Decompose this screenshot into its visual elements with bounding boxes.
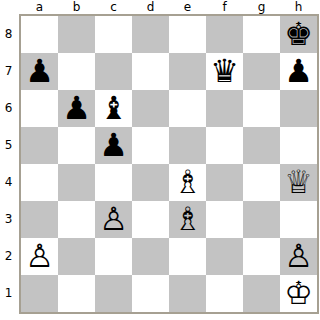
rank-label-2: 2 — [0, 238, 17, 275]
square-c7[interactable] — [95, 53, 132, 90]
square-d5[interactable] — [132, 127, 169, 164]
square-d7[interactable] — [132, 53, 169, 90]
square-a3[interactable] — [21, 201, 58, 238]
file-label-g: g — [243, 0, 280, 14]
square-g7[interactable] — [243, 53, 280, 90]
white-bishop-icon[interactable]: ♗ — [173, 201, 202, 238]
square-g5[interactable] — [243, 127, 280, 164]
square-b1[interactable] — [58, 275, 95, 312]
square-c3[interactable]: ♙ — [95, 201, 132, 238]
black-king-icon[interactable]: ♚ — [284, 16, 313, 53]
file-label-f: f — [206, 0, 243, 14]
square-e2[interactable] — [169, 238, 206, 275]
square-d3[interactable] — [132, 201, 169, 238]
square-f7[interactable]: ♛ — [206, 53, 243, 90]
square-h3[interactable] — [280, 201, 317, 238]
file-label-a: a — [21, 0, 58, 14]
square-f1[interactable] — [206, 275, 243, 312]
square-c8[interactable] — [95, 16, 132, 53]
rank-label-4: 4 — [0, 164, 17, 201]
square-a5[interactable] — [21, 127, 58, 164]
square-e3[interactable]: ♗ — [169, 201, 206, 238]
black-pawn-icon[interactable]: ♟ — [25, 53, 54, 90]
square-h5[interactable] — [280, 127, 317, 164]
square-h1[interactable]: ♔ — [280, 275, 317, 312]
rank-label-3: 3 — [0, 201, 17, 238]
square-h4[interactable]: ♕ — [280, 164, 317, 201]
square-c4[interactable] — [95, 164, 132, 201]
black-queen-icon[interactable]: ♛ — [210, 53, 239, 90]
square-d2[interactable] — [132, 238, 169, 275]
square-d6[interactable] — [132, 90, 169, 127]
black-bishop-icon[interactable]: ♝ — [99, 90, 128, 127]
square-b3[interactable] — [58, 201, 95, 238]
square-e8[interactable] — [169, 16, 206, 53]
black-pawn-icon[interactable]: ♟ — [99, 127, 128, 164]
square-d4[interactable] — [132, 164, 169, 201]
file-label-h: h — [280, 0, 317, 14]
file-label-d: d — [132, 0, 169, 14]
square-a4[interactable] — [21, 164, 58, 201]
square-e4[interactable]: ♗ — [169, 164, 206, 201]
black-pawn-icon[interactable]: ♟ — [62, 90, 91, 127]
square-a6[interactable] — [21, 90, 58, 127]
white-pawn-icon[interactable]: ♙ — [99, 201, 128, 238]
square-g3[interactable] — [243, 201, 280, 238]
square-h6[interactable] — [280, 90, 317, 127]
rank-label-8: 8 — [0, 16, 17, 53]
square-d1[interactable] — [132, 275, 169, 312]
square-f6[interactable] — [206, 90, 243, 127]
square-a8[interactable] — [21, 16, 58, 53]
square-c1[interactable] — [95, 275, 132, 312]
file-label-c: c — [95, 0, 132, 14]
square-e7[interactable] — [169, 53, 206, 90]
white-pawn-icon[interactable]: ♙ — [284, 238, 313, 275]
square-c6[interactable]: ♝ — [95, 90, 132, 127]
square-f2[interactable] — [206, 238, 243, 275]
square-f8[interactable] — [206, 16, 243, 53]
square-e5[interactable] — [169, 127, 206, 164]
square-g8[interactable] — [243, 16, 280, 53]
square-a2[interactable]: ♙ — [21, 238, 58, 275]
square-d8[interactable] — [132, 16, 169, 53]
square-g4[interactable] — [243, 164, 280, 201]
rank-label-5: 5 — [0, 127, 17, 164]
square-h7[interactable]: ♟ — [280, 53, 317, 90]
chess-board: ♚♟♛♟♟♝♟♗♕♙♗♙♙♔ — [19, 14, 319, 314]
chess-diagram: abcdefgh 87654321 ♚♟♛♟♟♝♟♗♕♙♗♙♙♔ — [0, 0, 320, 320]
white-queen-icon[interactable]: ♕ — [284, 164, 313, 201]
square-b6[interactable]: ♟ — [58, 90, 95, 127]
square-b2[interactable] — [58, 238, 95, 275]
white-king-icon[interactable]: ♔ — [284, 275, 313, 312]
square-b4[interactable] — [58, 164, 95, 201]
square-f3[interactable] — [206, 201, 243, 238]
square-e1[interactable] — [169, 275, 206, 312]
rank-label-1: 1 — [0, 275, 17, 312]
black-pawn-icon[interactable]: ♟ — [284, 53, 313, 90]
file-label-b: b — [58, 0, 95, 14]
white-bishop-icon[interactable]: ♗ — [173, 164, 202, 201]
square-b5[interactable] — [58, 127, 95, 164]
square-b7[interactable] — [58, 53, 95, 90]
rank-label-6: 6 — [0, 90, 17, 127]
white-pawn-icon[interactable]: ♙ — [25, 238, 54, 275]
square-g1[interactable] — [243, 275, 280, 312]
file-label-e: e — [169, 0, 206, 14]
square-f4[interactable] — [206, 164, 243, 201]
square-c2[interactable] — [95, 238, 132, 275]
square-h2[interactable]: ♙ — [280, 238, 317, 275]
square-f5[interactable] — [206, 127, 243, 164]
square-c5[interactable]: ♟ — [95, 127, 132, 164]
square-g2[interactable] — [243, 238, 280, 275]
square-h8[interactable]: ♚ — [280, 16, 317, 53]
square-a1[interactable] — [21, 275, 58, 312]
rank-label-7: 7 — [0, 53, 17, 90]
square-b8[interactable] — [58, 16, 95, 53]
square-e6[interactable] — [169, 90, 206, 127]
square-a7[interactable]: ♟ — [21, 53, 58, 90]
square-g6[interactable] — [243, 90, 280, 127]
